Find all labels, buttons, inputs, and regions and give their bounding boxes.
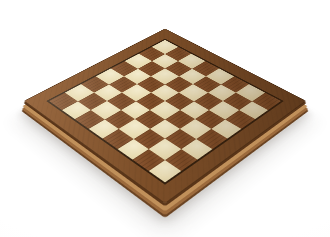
chess-board: [24, 28, 307, 204]
board-frame: [24, 28, 307, 204]
product-photo-scene: [0, 0, 330, 237]
board-squares: [46, 39, 284, 185]
